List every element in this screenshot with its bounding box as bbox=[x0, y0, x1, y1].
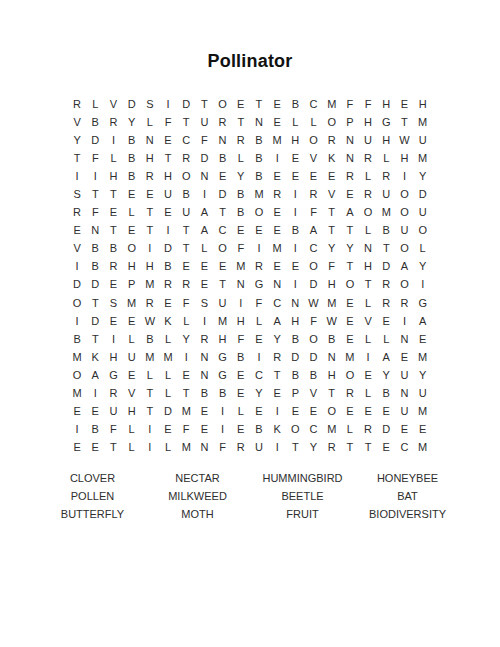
grid-cell[interactable]: E bbox=[195, 420, 213, 438]
grid-cell[interactable]: E bbox=[286, 149, 304, 167]
grid-cell[interactable]: D bbox=[159, 402, 177, 420]
grid-cell[interactable]: W bbox=[304, 294, 322, 312]
grid-cell[interactable]: I bbox=[286, 239, 304, 257]
grid-cell[interactable]: E bbox=[232, 420, 250, 438]
grid-cell[interactable]: T bbox=[323, 384, 341, 402]
grid-cell[interactable]: M bbox=[159, 348, 177, 366]
grid-cell[interactable]: O bbox=[214, 95, 232, 113]
grid-cell[interactable]: R bbox=[177, 275, 195, 293]
grid-cell[interactable]: T bbox=[341, 221, 359, 239]
grid-cell[interactable]: H bbox=[159, 167, 177, 185]
grid-cell[interactable]: B bbox=[86, 420, 104, 438]
grid-cell[interactable]: F bbox=[159, 113, 177, 131]
grid-cell[interactable]: U bbox=[159, 185, 177, 203]
grid-cell[interactable]: T bbox=[214, 203, 232, 221]
grid-cell[interactable]: R bbox=[195, 330, 213, 348]
grid-cell[interactable]: T bbox=[250, 95, 268, 113]
grid-cell[interactable]: E bbox=[268, 113, 286, 131]
grid-cell[interactable]: E bbox=[341, 330, 359, 348]
grid-cell[interactable]: I bbox=[141, 420, 159, 438]
grid-cell[interactable]: I bbox=[195, 185, 213, 203]
grid-cell[interactable]: T bbox=[286, 438, 304, 456]
grid-cell[interactable]: T bbox=[177, 384, 195, 402]
grid-cell[interactable]: B bbox=[250, 167, 268, 185]
grid-cell[interactable]: T bbox=[232, 113, 250, 131]
grid-cell[interactable]: U bbox=[377, 185, 395, 203]
grid-cell[interactable]: M bbox=[414, 149, 432, 167]
grid-cell[interactable]: Y bbox=[377, 366, 395, 384]
grid-cell[interactable]: E bbox=[195, 402, 213, 420]
grid-cell[interactable]: H bbox=[286, 312, 304, 330]
grid-cell[interactable]: R bbox=[104, 384, 122, 402]
grid-cell[interactable]: H bbox=[232, 312, 250, 330]
grid-cell[interactable]: D bbox=[304, 348, 322, 366]
grid-cell[interactable]: U bbox=[395, 221, 413, 239]
grid-cell[interactable]: B bbox=[286, 95, 304, 113]
grid-cell[interactable]: I bbox=[414, 275, 432, 293]
grid-cell[interactable]: R bbox=[395, 294, 413, 312]
grid-cell[interactable]: O bbox=[304, 257, 322, 275]
grid-cell[interactable]: I bbox=[68, 420, 86, 438]
grid-cell[interactable]: E bbox=[341, 402, 359, 420]
grid-cell[interactable]: N bbox=[141, 131, 159, 149]
grid-cell[interactable]: R bbox=[268, 185, 286, 203]
grid-cell[interactable]: I bbox=[359, 348, 377, 366]
grid-cell[interactable]: T bbox=[323, 221, 341, 239]
grid-cell[interactable]: D bbox=[377, 257, 395, 275]
grid-cell[interactable]: C bbox=[304, 239, 322, 257]
grid-cell[interactable]: R bbox=[232, 438, 250, 456]
grid-cell[interactable]: H bbox=[377, 131, 395, 149]
grid-cell[interactable]: E bbox=[268, 95, 286, 113]
grid-cell[interactable]: F bbox=[214, 438, 232, 456]
grid-cell[interactable]: H bbox=[323, 275, 341, 293]
grid-cell[interactable]: R bbox=[68, 95, 86, 113]
grid-cell[interactable]: D bbox=[86, 312, 104, 330]
grid-cell[interactable]: U bbox=[195, 113, 213, 131]
grid-cell[interactable]: O bbox=[323, 402, 341, 420]
grid-cell[interactable]: N bbox=[214, 131, 232, 149]
grid-cell[interactable]: T bbox=[86, 185, 104, 203]
grid-cell[interactable]: F bbox=[177, 420, 195, 438]
grid-cell[interactable]: L bbox=[159, 438, 177, 456]
grid-cell[interactable]: L bbox=[123, 330, 141, 348]
grid-cell[interactable]: M bbox=[141, 348, 159, 366]
grid-cell[interactable]: O bbox=[304, 330, 322, 348]
grid-cell[interactable]: E bbox=[395, 420, 413, 438]
grid-cell[interactable]: T bbox=[141, 402, 159, 420]
grid-cell[interactable]: I bbox=[286, 185, 304, 203]
grid-cell[interactable]: I bbox=[395, 312, 413, 330]
grid-cell[interactable]: I bbox=[159, 221, 177, 239]
grid-cell[interactable]: L bbox=[177, 312, 195, 330]
grid-cell[interactable]: E bbox=[341, 294, 359, 312]
grid-cell[interactable]: E bbox=[232, 221, 250, 239]
grid-cell[interactable]: T bbox=[323, 203, 341, 221]
grid-cell[interactable]: D bbox=[414, 185, 432, 203]
grid-cell[interactable]: L bbox=[123, 203, 141, 221]
grid-cell[interactable]: B bbox=[86, 113, 104, 131]
grid-cell[interactable]: L bbox=[159, 366, 177, 384]
grid-cell[interactable]: L bbox=[359, 330, 377, 348]
grid-cell[interactable]: E bbox=[159, 131, 177, 149]
grid-cell[interactable]: N bbox=[286, 294, 304, 312]
grid-cell[interactable]: U bbox=[414, 384, 432, 402]
grid-cell[interactable]: M bbox=[377, 203, 395, 221]
grid-cell[interactable]: C bbox=[304, 420, 322, 438]
grid-cell[interactable]: A bbox=[341, 203, 359, 221]
grid-cell[interactable]: R bbox=[250, 257, 268, 275]
grid-cell[interactable]: I bbox=[395, 167, 413, 185]
grid-cell[interactable]: E bbox=[214, 257, 232, 275]
grid-cell[interactable]: Y bbox=[414, 167, 432, 185]
grid-cell[interactable]: L bbox=[141, 366, 159, 384]
grid-cell[interactable]: P bbox=[341, 113, 359, 131]
grid-cell[interactable]: F bbox=[304, 203, 322, 221]
grid-cell[interactable]: D bbox=[159, 239, 177, 257]
grid-cell[interactable]: N bbox=[195, 438, 213, 456]
grid-cell[interactable]: E bbox=[377, 438, 395, 456]
grid-cell[interactable]: O bbox=[395, 203, 413, 221]
grid-cell[interactable]: B bbox=[286, 366, 304, 384]
grid-cell[interactable]: E bbox=[268, 203, 286, 221]
grid-cell[interactable]: W bbox=[323, 312, 341, 330]
grid-cell[interactable]: H bbox=[141, 149, 159, 167]
grid-cell[interactable]: U bbox=[414, 203, 432, 221]
grid-cell[interactable]: Y bbox=[323, 239, 341, 257]
grid-cell[interactable]: O bbox=[323, 113, 341, 131]
grid-cell[interactable]: R bbox=[377, 167, 395, 185]
grid-cell[interactable]: E bbox=[104, 203, 122, 221]
grid-cell[interactable]: I bbox=[250, 239, 268, 257]
grid-cell[interactable]: E bbox=[195, 257, 213, 275]
grid-cell[interactable]: M bbox=[214, 312, 232, 330]
grid-cell[interactable]: U bbox=[250, 438, 268, 456]
grid-cell[interactable]: O bbox=[68, 294, 86, 312]
grid-cell[interactable]: Y bbox=[304, 438, 322, 456]
grid-cell[interactable]: E bbox=[286, 402, 304, 420]
grid-cell[interactable]: E bbox=[377, 402, 395, 420]
grid-cell[interactable]: I bbox=[68, 257, 86, 275]
grid-cell[interactable]: R bbox=[323, 131, 341, 149]
grid-cell[interactable]: Y bbox=[250, 384, 268, 402]
grid-cell[interactable]: Y bbox=[232, 167, 250, 185]
grid-cell[interactable]: E bbox=[268, 384, 286, 402]
grid-cell[interactable]: K bbox=[323, 149, 341, 167]
grid-cell[interactable]: F bbox=[250, 294, 268, 312]
grid-cell[interactable]: B bbox=[86, 239, 104, 257]
grid-cell[interactable]: E bbox=[214, 167, 232, 185]
grid-cell[interactable]: O bbox=[341, 366, 359, 384]
grid-cell[interactable]: G bbox=[414, 294, 432, 312]
grid-cell[interactable]: F bbox=[304, 312, 322, 330]
grid-cell[interactable]: T bbox=[177, 221, 195, 239]
grid-cell[interactable]: E bbox=[232, 95, 250, 113]
grid-cell[interactable]: T bbox=[141, 221, 159, 239]
grid-cell[interactable]: N bbox=[395, 384, 413, 402]
grid-cell[interactable]: E bbox=[395, 95, 413, 113]
grid-cell[interactable]: K bbox=[268, 420, 286, 438]
grid-cell[interactable]: L bbox=[123, 438, 141, 456]
grid-cell[interactable]: E bbox=[304, 167, 322, 185]
grid-cell[interactable]: B bbox=[177, 185, 195, 203]
grid-cell[interactable]: L bbox=[359, 384, 377, 402]
grid-cell[interactable]: L bbox=[359, 221, 377, 239]
grid-cell[interactable]: B bbox=[104, 239, 122, 257]
grid-cell[interactable]: M bbox=[268, 131, 286, 149]
grid-cell[interactable]: E bbox=[304, 402, 322, 420]
grid-cell[interactable]: S bbox=[141, 95, 159, 113]
grid-cell[interactable]: F bbox=[232, 330, 250, 348]
grid-cell[interactable]: O bbox=[341, 275, 359, 293]
grid-cell[interactable]: E bbox=[123, 185, 141, 203]
grid-cell[interactable]: T bbox=[141, 203, 159, 221]
grid-cell[interactable]: I bbox=[195, 312, 213, 330]
grid-cell[interactable]: I bbox=[104, 330, 122, 348]
grid-cell[interactable]: H bbox=[141, 257, 159, 275]
grid-cell[interactable]: N bbox=[323, 348, 341, 366]
grid-cell[interactable]: M bbox=[268, 239, 286, 257]
grid-cell[interactable]: M bbox=[414, 113, 432, 131]
grid-cell[interactable]: B bbox=[232, 185, 250, 203]
grid-cell[interactable]: B bbox=[232, 348, 250, 366]
grid-cell[interactable]: K bbox=[159, 312, 177, 330]
grid-cell[interactable]: T bbox=[159, 149, 177, 167]
grid-cell[interactable]: H bbox=[323, 366, 341, 384]
grid-cell[interactable]: I bbox=[214, 420, 232, 438]
grid-cell[interactable]: M bbox=[250, 185, 268, 203]
grid-cell[interactable]: I bbox=[177, 348, 195, 366]
grid-cell[interactable]: H bbox=[104, 167, 122, 185]
grid-cell[interactable]: L bbox=[123, 420, 141, 438]
grid-cell[interactable]: O bbox=[359, 203, 377, 221]
grid-cell[interactable]: T bbox=[341, 257, 359, 275]
grid-cell[interactable]: U bbox=[395, 366, 413, 384]
grid-cell[interactable]: G bbox=[250, 275, 268, 293]
grid-cell[interactable]: U bbox=[395, 402, 413, 420]
grid-cell[interactable]: S bbox=[68, 185, 86, 203]
grid-cell[interactable]: T bbox=[214, 275, 232, 293]
grid-cell[interactable]: D bbox=[86, 275, 104, 293]
grid-cell[interactable]: E bbox=[68, 402, 86, 420]
grid-cell[interactable]: E bbox=[232, 384, 250, 402]
grid-cell[interactable]: Y bbox=[268, 330, 286, 348]
grid-cell[interactable]: A bbox=[304, 221, 322, 239]
grid-cell[interactable]: A bbox=[395, 257, 413, 275]
grid-cell[interactable]: H bbox=[286, 131, 304, 149]
grid-cell[interactable]: I bbox=[159, 95, 177, 113]
grid-cell[interactable]: I bbox=[268, 402, 286, 420]
grid-cell[interactable]: T bbox=[141, 384, 159, 402]
grid-cell[interactable]: B bbox=[214, 384, 232, 402]
grid-cell[interactable]: H bbox=[123, 257, 141, 275]
grid-cell[interactable]: D bbox=[214, 185, 232, 203]
grid-cell[interactable]: H bbox=[359, 257, 377, 275]
grid-cell[interactable]: U bbox=[123, 348, 141, 366]
grid-cell[interactable]: C bbox=[177, 131, 195, 149]
grid-cell[interactable]: D bbox=[177, 95, 195, 113]
grid-cell[interactable]: O bbox=[123, 239, 141, 257]
grid-cell[interactable]: E bbox=[68, 221, 86, 239]
grid-cell[interactable]: D bbox=[195, 149, 213, 167]
grid-cell[interactable]: I bbox=[214, 402, 232, 420]
grid-cell[interactable]: E bbox=[159, 420, 177, 438]
grid-cell[interactable]: P bbox=[123, 275, 141, 293]
grid-cell[interactable]: N bbox=[195, 348, 213, 366]
grid-cell[interactable]: E bbox=[414, 330, 432, 348]
grid-cell[interactable]: O bbox=[177, 167, 195, 185]
grid-cell[interactable]: L bbox=[304, 113, 322, 131]
grid-cell[interactable]: E bbox=[159, 294, 177, 312]
grid-cell[interactable]: G bbox=[377, 113, 395, 131]
grid-cell[interactable]: L bbox=[141, 113, 159, 131]
grid-cell[interactable]: C bbox=[250, 366, 268, 384]
grid-cell[interactable]: N bbox=[268, 275, 286, 293]
grid-cell[interactable]: C bbox=[395, 438, 413, 456]
grid-cell[interactable]: A bbox=[86, 366, 104, 384]
grid-cell[interactable]: R bbox=[359, 420, 377, 438]
grid-cell[interactable]: T bbox=[359, 275, 377, 293]
grid-cell[interactable]: R bbox=[359, 185, 377, 203]
grid-cell[interactable]: K bbox=[86, 348, 104, 366]
grid-cell[interactable]: O bbox=[304, 131, 322, 149]
grid-cell[interactable]: U bbox=[359, 131, 377, 149]
grid-cell[interactable]: M bbox=[177, 402, 195, 420]
grid-cell[interactable]: N bbox=[250, 113, 268, 131]
grid-cell[interactable]: F bbox=[323, 257, 341, 275]
grid-cell[interactable]: E bbox=[104, 312, 122, 330]
grid-cell[interactable]: E bbox=[268, 221, 286, 239]
grid-cell[interactable]: N bbox=[195, 167, 213, 185]
grid-cell[interactable]: L bbox=[195, 239, 213, 257]
grid-cell[interactable]: T bbox=[359, 438, 377, 456]
grid-cell[interactable]: C bbox=[214, 221, 232, 239]
grid-cell[interactable]: T bbox=[377, 239, 395, 257]
grid-cell[interactable]: R bbox=[214, 113, 232, 131]
grid-cell[interactable]: R bbox=[323, 438, 341, 456]
grid-cell[interactable]: L bbox=[159, 330, 177, 348]
grid-cell[interactable]: R bbox=[304, 185, 322, 203]
grid-cell[interactable]: B bbox=[214, 149, 232, 167]
grid-cell[interactable]: E bbox=[250, 330, 268, 348]
grid-cell[interactable]: T bbox=[104, 438, 122, 456]
grid-cell[interactable]: E bbox=[341, 312, 359, 330]
grid-cell[interactable]: E bbox=[250, 402, 268, 420]
grid-cell[interactable]: U bbox=[104, 402, 122, 420]
grid-cell[interactable]: R bbox=[68, 203, 86, 221]
grid-cell[interactable]: L bbox=[414, 239, 432, 257]
grid-cell[interactable]: F bbox=[359, 95, 377, 113]
grid-cell[interactable]: N bbox=[395, 330, 413, 348]
grid-cell[interactable]: U bbox=[214, 294, 232, 312]
grid-cell[interactable]: F bbox=[104, 420, 122, 438]
grid-cell[interactable]: S bbox=[195, 294, 213, 312]
grid-cell[interactable]: E bbox=[123, 221, 141, 239]
grid-cell[interactable]: E bbox=[359, 402, 377, 420]
grid-cell[interactable]: F bbox=[341, 95, 359, 113]
grid-cell[interactable]: E bbox=[68, 438, 86, 456]
grid-cell[interactable]: T bbox=[86, 330, 104, 348]
grid-cell[interactable]: V bbox=[359, 312, 377, 330]
grid-cell[interactable]: B bbox=[250, 420, 268, 438]
grid-cell[interactable]: R bbox=[104, 257, 122, 275]
grid-cell[interactable]: H bbox=[377, 95, 395, 113]
grid-cell[interactable]: E bbox=[177, 257, 195, 275]
grid-cell[interactable]: V bbox=[323, 185, 341, 203]
grid-cell[interactable]: H bbox=[395, 149, 413, 167]
grid-cell[interactable]: R bbox=[377, 294, 395, 312]
grid-cell[interactable]: U bbox=[177, 203, 195, 221]
grid-cell[interactable]: G bbox=[214, 366, 232, 384]
grid-cell[interactable]: R bbox=[177, 149, 195, 167]
grid-cell[interactable]: O bbox=[414, 221, 432, 239]
grid-cell[interactable]: H bbox=[123, 402, 141, 420]
grid-cell[interactable]: R bbox=[268, 348, 286, 366]
grid-cell[interactable]: E bbox=[232, 366, 250, 384]
grid-cell[interactable]: R bbox=[159, 275, 177, 293]
grid-cell[interactable]: L bbox=[159, 384, 177, 402]
grid-cell[interactable]: I bbox=[141, 239, 159, 257]
grid-cell[interactable]: B bbox=[195, 384, 213, 402]
grid-cell[interactable]: N bbox=[359, 239, 377, 257]
grid-cell[interactable]: R bbox=[141, 294, 159, 312]
grid-cell[interactable]: E bbox=[177, 366, 195, 384]
grid-cell[interactable]: L bbox=[377, 149, 395, 167]
grid-cell[interactable]: D bbox=[86, 131, 104, 149]
grid-cell[interactable]: F bbox=[86, 149, 104, 167]
grid-cell[interactable]: E bbox=[395, 348, 413, 366]
grid-cell[interactable]: D bbox=[68, 275, 86, 293]
grid-cell[interactable]: I bbox=[141, 438, 159, 456]
grid-cell[interactable]: N bbox=[195, 366, 213, 384]
grid-cell[interactable]: Y bbox=[68, 131, 86, 149]
grid-cell[interactable]: R bbox=[341, 167, 359, 185]
grid-cell[interactable]: Y bbox=[414, 257, 432, 275]
grid-cell[interactable]: B bbox=[286, 221, 304, 239]
grid-cell[interactable]: C bbox=[304, 95, 322, 113]
grid-cell[interactable]: I bbox=[286, 203, 304, 221]
grid-cell[interactable]: B bbox=[86, 257, 104, 275]
grid-cell[interactable]: B bbox=[377, 384, 395, 402]
grid-cell[interactable]: L bbox=[377, 330, 395, 348]
grid-cell[interactable]: H bbox=[214, 330, 232, 348]
grid-cell[interactable]: G bbox=[104, 366, 122, 384]
grid-cell[interactable]: L bbox=[86, 95, 104, 113]
grid-cell[interactable]: M bbox=[414, 402, 432, 420]
grid-cell[interactable]: T bbox=[341, 438, 359, 456]
grid-cell[interactable]: F bbox=[195, 131, 213, 149]
grid-cell[interactable]: Y bbox=[341, 239, 359, 257]
grid-cell[interactable]: L bbox=[232, 402, 250, 420]
grid-cell[interactable]: R bbox=[377, 275, 395, 293]
grid-cell[interactable]: T bbox=[268, 366, 286, 384]
grid-cell[interactable]: E bbox=[359, 366, 377, 384]
grid-cell[interactable]: I bbox=[68, 312, 86, 330]
grid-cell[interactable]: D bbox=[286, 348, 304, 366]
grid-cell[interactable]: B bbox=[377, 221, 395, 239]
grid-cell[interactable]: D bbox=[304, 275, 322, 293]
grid-cell[interactable]: R bbox=[232, 131, 250, 149]
grid-cell[interactable]: F bbox=[86, 203, 104, 221]
grid-cell[interactable]: B bbox=[123, 167, 141, 185]
grid-cell[interactable]: E bbox=[377, 312, 395, 330]
grid-cell[interactable]: E bbox=[341, 185, 359, 203]
grid-cell[interactable]: E bbox=[123, 312, 141, 330]
grid-cell[interactable]: R bbox=[141, 167, 159, 185]
grid-cell[interactable]: I bbox=[268, 438, 286, 456]
grid-cell[interactable]: B bbox=[68, 330, 86, 348]
grid-cell[interactable]: M bbox=[232, 257, 250, 275]
